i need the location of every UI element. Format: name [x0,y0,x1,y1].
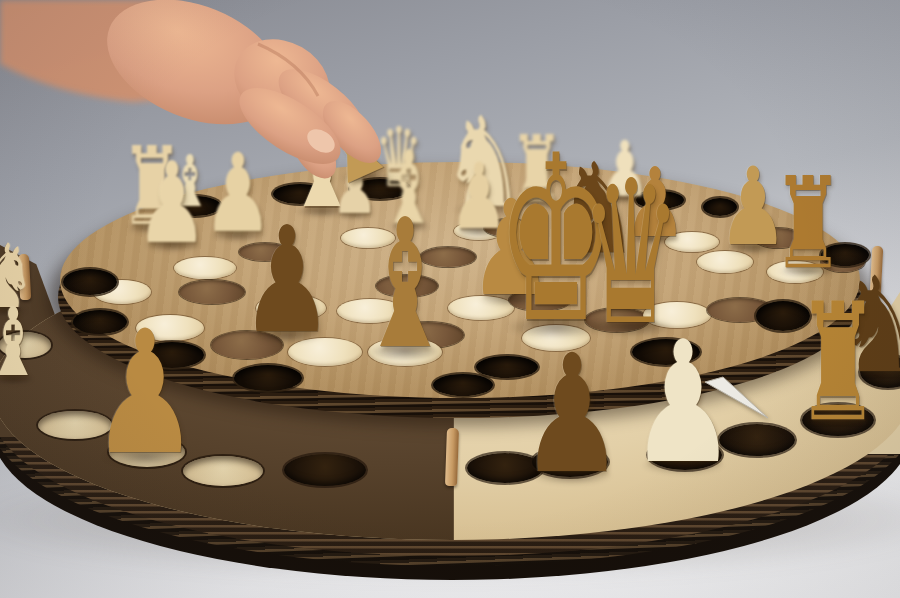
disc-hole [63,269,117,295]
peg-handle[interactable] [445,428,459,486]
pawn-icon: ♟ [91,327,199,460]
round-chess-photo: ♜♝♟♟♝♛♝♟♞♟♜♚♞♛♟♟♝♟♟♜♞♜♟♞♝♟♟♟♝ [0,0,900,598]
disc-hole [234,365,302,391]
bishop-icon: ♝ [0,306,41,380]
pawn-icon: ♟ [241,224,334,338]
pawn-icon: ♟ [630,337,737,468]
pawn-icon: ♟ [520,351,624,478]
player-hand [0,0,430,240]
ring-slot[interactable] [284,454,366,486]
rook-icon: ♜ [796,300,880,427]
